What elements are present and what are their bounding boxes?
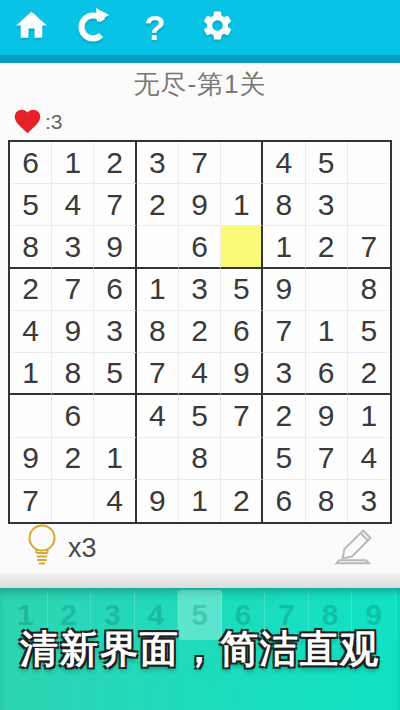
cell-r2c9[interactable] <box>348 184 390 226</box>
promo-caption: 清新界面，简洁直观 <box>0 624 400 675</box>
cell-r3c5[interactable]: 6 <box>179 226 221 268</box>
cell-r4c8[interactable] <box>306 269 348 311</box>
cell-r8c5[interactable]: 8 <box>179 438 221 480</box>
cell-r3c2[interactable]: 3 <box>52 226 94 268</box>
cell-r1c9[interactable] <box>348 142 390 184</box>
cell-r5c1[interactable]: 4 <box>10 311 52 353</box>
lives-count: :3 <box>45 110 63 134</box>
cell-r5c7[interactable]: 7 <box>263 311 305 353</box>
cell-r1c1[interactable]: 6 <box>10 142 52 184</box>
cell-r5c6[interactable]: 6 <box>221 311 263 353</box>
cell-r2c1[interactable]: 5 <box>10 184 52 226</box>
cell-r3c8[interactable]: 2 <box>306 226 348 268</box>
cell-r8c8[interactable]: 7 <box>306 438 348 480</box>
help-button[interactable]: ? <box>136 7 174 49</box>
cell-r9c7[interactable]: 6 <box>263 480 305 522</box>
lives-indicator: :3 <box>0 105 400 138</box>
cell-r6c5[interactable]: 4 <box>179 353 221 395</box>
cell-r9c9[interactable]: 3 <box>348 480 390 522</box>
cell-r3c7[interactable]: 1 <box>263 226 305 268</box>
cell-r8c7[interactable]: 5 <box>263 438 305 480</box>
cell-r6c7[interactable]: 3 <box>263 353 305 395</box>
topbar-shadow-strip <box>0 55 400 63</box>
cell-r1c5[interactable]: 7 <box>179 142 221 184</box>
cell-r1c3[interactable]: 2 <box>94 142 136 184</box>
settings-button[interactable] <box>198 7 236 49</box>
cell-r6c8[interactable]: 6 <box>306 353 348 395</box>
cell-r9c2[interactable] <box>52 480 94 522</box>
sudoku-board: 6123745547291838396127276135984938267151… <box>8 140 392 524</box>
cell-r9c3[interactable]: 4 <box>94 480 136 522</box>
level-title: 无尽-第1关 <box>0 63 400 105</box>
promo-area: 123456789 清新界面，简洁直观 <box>0 588 400 710</box>
cell-r7c8[interactable]: 9 <box>306 395 348 437</box>
cell-r7c6[interactable]: 7 <box>221 395 263 437</box>
cell-r8c2[interactable]: 2 <box>52 438 94 480</box>
bottom-toolbar: x3 <box>0 524 400 572</box>
cell-r7c2[interactable]: 6 <box>52 395 94 437</box>
cell-r1c6[interactable] <box>221 142 263 184</box>
cell-r6c2[interactable]: 8 <box>52 353 94 395</box>
cell-r2c3[interactable]: 7 <box>94 184 136 226</box>
cell-r1c8[interactable]: 5 <box>306 142 348 184</box>
cell-r7c5[interactable]: 5 <box>179 395 221 437</box>
cell-r7c3[interactable] <box>94 395 136 437</box>
top-bar: ? <box>0 0 400 55</box>
cell-r7c4[interactable]: 4 <box>137 395 179 437</box>
cell-r6c9[interactable]: 2 <box>348 353 390 395</box>
cell-r4c2[interactable]: 7 <box>52 269 94 311</box>
heart-icon <box>12 106 43 138</box>
cell-r4c9[interactable]: 8 <box>348 269 390 311</box>
cell-r3c6[interactable] <box>221 226 263 268</box>
cell-r9c8[interactable]: 8 <box>306 480 348 522</box>
cell-r5c4[interactable]: 8 <box>137 311 179 353</box>
cell-r2c6[interactable]: 1 <box>221 184 263 226</box>
divider-strip <box>0 572 400 588</box>
cell-r1c2[interactable]: 1 <box>52 142 94 184</box>
restart-button[interactable] <box>74 7 112 49</box>
cell-r4c7[interactable]: 9 <box>263 269 305 311</box>
hint-count: x3 <box>68 533 97 564</box>
cell-r6c3[interactable]: 5 <box>94 353 136 395</box>
cell-r2c8[interactable]: 3 <box>306 184 348 226</box>
cell-r4c3[interactable]: 6 <box>94 269 136 311</box>
cell-r5c9[interactable]: 5 <box>348 311 390 353</box>
help-icon: ? <box>144 10 165 45</box>
cell-r4c4[interactable]: 1 <box>137 269 179 311</box>
lightbulb-icon <box>24 523 60 573</box>
cell-r7c9[interactable]: 1 <box>348 395 390 437</box>
home-icon <box>13 7 50 48</box>
cell-r8c4[interactable] <box>137 438 179 480</box>
cell-r5c2[interactable]: 9 <box>52 311 94 353</box>
cell-r8c1[interactable]: 9 <box>10 438 52 480</box>
cell-r2c5[interactable]: 9 <box>179 184 221 226</box>
cell-r2c2[interactable]: 4 <box>52 184 94 226</box>
pencil-mode-button[interactable] <box>334 525 376 571</box>
cell-r6c4[interactable]: 7 <box>137 353 179 395</box>
cell-r9c6[interactable]: 2 <box>221 480 263 522</box>
cell-r5c5[interactable]: 2 <box>179 311 221 353</box>
app-screen: ? 无尽-第1关 :3 6123745547291838396127276135… <box>0 0 400 710</box>
cell-r4c6[interactable]: 5 <box>221 269 263 311</box>
cell-r2c4[interactable]: 2 <box>137 184 179 226</box>
cell-r8c9[interactable]: 4 <box>348 438 390 480</box>
cell-r1c7[interactable]: 4 <box>263 142 305 184</box>
cell-r3c3[interactable]: 9 <box>94 226 136 268</box>
cell-r4c5[interactable]: 3 <box>179 269 221 311</box>
cell-r9c5[interactable]: 1 <box>179 480 221 522</box>
cell-r5c8[interactable]: 1 <box>306 311 348 353</box>
cell-r6c6[interactable]: 9 <box>221 353 263 395</box>
cell-r9c1[interactable]: 7 <box>10 480 52 522</box>
cell-r7c1[interactable] <box>10 395 52 437</box>
gear-icon <box>200 8 235 47</box>
hint-button[interactable]: x3 <box>24 523 97 573</box>
cell-r3c1[interactable]: 8 <box>10 226 52 268</box>
cell-r6c1[interactable]: 1 <box>10 353 52 395</box>
cell-r8c3[interactable]: 1 <box>94 438 136 480</box>
restart-icon <box>75 8 111 48</box>
cell-r5c3[interactable]: 3 <box>94 311 136 353</box>
cell-r8c6[interactable] <box>221 438 263 480</box>
cell-r3c4[interactable] <box>137 226 179 268</box>
cell-r7c7[interactable]: 2 <box>263 395 305 437</box>
cell-r3c9[interactable]: 7 <box>348 226 390 268</box>
cell-r1c4[interactable]: 3 <box>137 142 179 184</box>
cell-r2c7[interactable]: 8 <box>263 184 305 226</box>
pencil-icon <box>334 525 376 571</box>
cell-r9c4[interactable]: 9 <box>137 480 179 522</box>
home-button[interactable] <box>12 7 50 49</box>
cell-r4c1[interactable]: 2 <box>10 269 52 311</box>
